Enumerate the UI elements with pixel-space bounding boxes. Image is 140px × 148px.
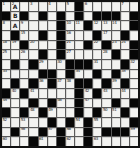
white-cell[interactable] [93, 2, 101, 11]
clue-number: 29 [39, 60, 43, 64]
clue-number: 41 [30, 89, 34, 93]
black-cell [75, 60, 83, 69]
black-cell [57, 31, 65, 40]
black-cell [39, 12, 47, 21]
clue-number: 37 [57, 79, 61, 83]
black-cell [112, 50, 120, 59]
black-cell [130, 21, 138, 30]
black-cell [39, 108, 47, 117]
white-cell[interactable] [48, 31, 56, 40]
black-cell [57, 50, 65, 59]
white-cell[interactable] [130, 79, 138, 88]
white-cell[interactable] [48, 137, 56, 146]
white-cell[interactable] [66, 12, 74, 21]
clue-number: 62 [66, 137, 70, 141]
white-cell[interactable] [39, 99, 47, 108]
white-cell[interactable] [57, 2, 65, 11]
clue-number: 49 [48, 108, 52, 112]
white-cell[interactable]: 13 [102, 21, 110, 30]
clue-number: 20 [30, 41, 34, 45]
black-cell [2, 12, 10, 21]
clue-number: 40 [12, 89, 16, 93]
white-cell[interactable]: 35 [121, 70, 129, 79]
white-cell[interactable]: 26 [20, 50, 28, 59]
white-cell[interactable] [84, 50, 92, 59]
white-cell[interactable] [2, 31, 10, 40]
black-cell [75, 2, 83, 11]
black-cell [84, 128, 92, 137]
clue-number: 53 [21, 118, 25, 122]
black-cell [75, 99, 83, 108]
black-cell [48, 70, 56, 79]
white-cell[interactable]: A [11, 21, 19, 30]
clue-number: 56 [21, 128, 25, 132]
clue-number: 25 [3, 50, 7, 54]
white-cell[interactable]: 52 [2, 118, 10, 127]
clue-number: 23 [112, 41, 116, 45]
white-cell[interactable]: 11 [75, 21, 83, 30]
clue-number: 61 [39, 137, 43, 141]
black-cell [121, 79, 129, 88]
black-cell [130, 118, 138, 127]
black-cell [20, 12, 28, 21]
pencil-letter: A [11, 22, 19, 30]
white-cell[interactable]: 59 [130, 128, 138, 137]
clue-number: 8 [3, 21, 5, 25]
white-cell[interactable]: 27 [66, 50, 74, 59]
white-cell[interactable]: 7 [121, 2, 129, 11]
white-cell[interactable] [75, 50, 83, 59]
clue-number: 28 [103, 50, 107, 54]
white-cell[interactable] [29, 21, 37, 30]
white-cell[interactable] [29, 12, 37, 21]
white-cell[interactable]: 56 [20, 128, 28, 137]
white-cell[interactable] [29, 118, 37, 127]
white-cell[interactable] [112, 137, 120, 146]
white-cell[interactable] [75, 128, 83, 137]
clue-number: 31 [94, 60, 98, 64]
clue-number: 9 [21, 21, 23, 25]
clue-number: 48 [30, 108, 34, 112]
black-cell [39, 31, 47, 40]
white-cell[interactable] [112, 89, 120, 98]
white-cell[interactable] [29, 70, 37, 79]
white-cell[interactable]: 41 [29, 89, 37, 98]
white-cell[interactable]: 42 [84, 89, 92, 98]
white-cell[interactable]: 37 [57, 79, 65, 88]
white-cell[interactable]: 4 [48, 2, 56, 11]
white-cell[interactable] [29, 128, 37, 137]
clue-number: 46 [57, 99, 61, 103]
black-cell [11, 60, 19, 69]
clue-number: 11 [76, 21, 80, 25]
white-cell[interactable]: 14 [112, 21, 120, 30]
clue-number: 1 [3, 2, 5, 6]
white-cell[interactable] [20, 60, 28, 69]
clue-number: 60 [3, 137, 7, 141]
clue-number: 54 [76, 118, 80, 122]
white-cell[interactable]: 34 [75, 70, 83, 79]
white-cell[interactable] [93, 50, 101, 59]
white-cell[interactable] [66, 89, 74, 98]
white-cell[interactable] [102, 137, 110, 146]
white-cell[interactable]: 16 [66, 31, 74, 40]
white-cell[interactable] [29, 50, 37, 59]
white-cell[interactable] [11, 99, 19, 108]
black-cell [84, 60, 92, 69]
clue-number: 43 [103, 89, 107, 93]
black-cell [29, 137, 37, 146]
pencil-letter: A [11, 3, 19, 11]
black-cell [84, 118, 92, 127]
black-cell [20, 41, 28, 50]
clue-number: 26 [21, 50, 25, 54]
white-cell[interactable]: 58 [66, 128, 74, 137]
black-cell [130, 41, 138, 50]
black-cell [75, 89, 83, 98]
white-cell[interactable] [48, 89, 56, 98]
clue-number: 38 [66, 79, 70, 83]
white-cell[interactable] [93, 79, 101, 88]
white-cell[interactable] [102, 70, 110, 79]
white-cell[interactable]: 38 [66, 79, 74, 88]
white-cell[interactable]: 25 [2, 50, 10, 59]
clue-number: 34 [76, 70, 80, 74]
black-cell [57, 12, 65, 21]
white-cell[interactable]: 57 [48, 128, 56, 137]
black-cell [75, 79, 83, 88]
black-cell [102, 12, 110, 21]
white-cell[interactable] [2, 60, 10, 69]
clue-number: 13 [103, 21, 107, 25]
white-cell[interactable]: 31 [93, 60, 101, 69]
clue-number: 52 [3, 118, 7, 122]
white-cell[interactable] [84, 31, 92, 40]
clue-number: 59 [130, 128, 134, 132]
black-cell [2, 108, 10, 117]
black-cell [57, 21, 65, 30]
white-cell[interactable] [57, 108, 65, 117]
black-cell [29, 60, 37, 69]
white-cell[interactable]: 47 [84, 99, 92, 108]
black-cell [93, 108, 101, 117]
black-cell [93, 89, 101, 98]
black-cell [29, 79, 37, 88]
black-cell [66, 70, 74, 79]
white-cell[interactable] [75, 31, 83, 40]
white-cell[interactable] [121, 12, 129, 21]
white-cell[interactable] [11, 50, 19, 59]
white-cell[interactable] [20, 79, 28, 88]
clue-number: 32 [130, 60, 134, 64]
white-cell[interactable]: 29 [39, 60, 47, 69]
clue-number: 18 [3, 41, 7, 45]
white-cell[interactable]: 1 [2, 2, 10, 11]
clue-number: 7 [121, 2, 123, 6]
black-cell [121, 31, 129, 40]
black-cell [112, 12, 120, 21]
clue-number: 44 [121, 89, 125, 93]
white-cell[interactable]: 45 [2, 99, 10, 108]
white-cell[interactable]: 32 [130, 60, 138, 69]
white-cell[interactable]: 50 [102, 108, 110, 117]
black-cell [29, 99, 37, 108]
white-cell[interactable]: 28 [102, 50, 110, 59]
black-cell [11, 31, 19, 40]
white-cell[interactable] [11, 70, 19, 79]
white-cell[interactable] [48, 41, 56, 50]
clue-number: 15 [21, 31, 25, 35]
white-cell[interactable] [84, 12, 92, 21]
white-cell[interactable] [112, 60, 120, 69]
white-cell[interactable] [121, 50, 129, 59]
black-cell [84, 137, 92, 146]
black-cell [102, 41, 110, 50]
pencil-letter: B [11, 13, 19, 21]
white-cell[interactable] [112, 2, 120, 11]
white-cell[interactable] [39, 89, 47, 98]
white-cell[interactable]: 18 [2, 41, 10, 50]
white-cell[interactable] [102, 118, 110, 127]
clue-number: 22 [94, 41, 98, 45]
white-cell[interactable]: 61 [39, 137, 47, 146]
black-cell [112, 99, 120, 108]
white-cell[interactable] [130, 31, 138, 40]
white-cell[interactable]: 46 [57, 99, 65, 108]
black-cell [121, 60, 129, 69]
black-cell [39, 50, 47, 59]
clue-number: 39 [112, 79, 116, 83]
white-cell[interactable]: 10 [66, 21, 74, 30]
white-cell[interactable] [2, 79, 10, 88]
clue-number: 58 [66, 128, 70, 132]
black-cell [75, 108, 83, 117]
white-cell[interactable] [66, 99, 74, 108]
white-cell[interactable]: 23 [112, 41, 120, 50]
clue-number: 19 [12, 41, 16, 45]
black-cell [11, 128, 19, 137]
white-cell[interactable] [130, 108, 138, 117]
clue-number: 6 [85, 2, 87, 6]
black-cell [84, 41, 92, 50]
clue-number: 36 [39, 79, 43, 83]
white-cell[interactable]: 3 [29, 2, 37, 11]
black-cell [102, 128, 110, 137]
black-cell [48, 99, 56, 108]
white-cell[interactable] [75, 41, 83, 50]
black-cell [20, 108, 28, 117]
black-cell [75, 12, 83, 21]
white-cell[interactable] [39, 2, 47, 11]
clue-number: 35 [121, 70, 125, 74]
clue-number: 27 [66, 50, 70, 54]
white-cell[interactable]: 40 [11, 89, 19, 98]
black-cell [130, 12, 138, 21]
white-cell[interactable] [112, 31, 120, 40]
clue-number: 63 [94, 137, 98, 141]
black-cell [130, 99, 138, 108]
white-cell[interactable] [66, 108, 74, 117]
black-cell [39, 128, 47, 137]
white-cell[interactable] [75, 137, 83, 146]
white-cell[interactable]: 12 [93, 21, 101, 30]
white-cell[interactable]: 43 [102, 89, 110, 98]
black-cell [57, 137, 65, 146]
black-cell [11, 79, 19, 88]
black-cell [130, 50, 138, 59]
clue-number: 4 [48, 2, 50, 6]
white-cell[interactable] [57, 89, 65, 98]
white-cell[interactable] [102, 2, 110, 11]
clue-number: 10 [66, 21, 70, 25]
white-cell[interactable]: 55 [93, 118, 101, 127]
white-cell[interactable]: 21 [66, 41, 74, 50]
white-cell[interactable] [130, 137, 138, 146]
white-cell[interactable]: 2A [11, 2, 19, 11]
clue-number: 50 [103, 108, 107, 112]
black-cell [2, 89, 10, 98]
white-cell[interactable] [121, 21, 129, 30]
black-cell [57, 41, 65, 50]
clue-number: 17 [103, 31, 107, 35]
white-cell[interactable]: 30 [57, 60, 65, 69]
white-cell[interactable]: 39 [112, 79, 120, 88]
white-cell[interactable] [112, 118, 120, 127]
white-cell[interactable]: 49 [48, 108, 56, 117]
white-cell[interactable] [48, 21, 56, 30]
white-cell[interactable] [11, 118, 19, 127]
white-cell[interactable]: 44 [121, 89, 129, 98]
clue-number: 14 [112, 21, 116, 25]
white-cell[interactable] [11, 137, 19, 146]
white-cell[interactable] [102, 99, 110, 108]
black-cell [66, 118, 74, 127]
black-cell [112, 70, 120, 79]
white-cell[interactable] [48, 60, 56, 69]
white-cell[interactable] [2, 128, 10, 137]
clue-number: 42 [85, 89, 89, 93]
white-cell[interactable] [130, 2, 138, 11]
white-cell[interactable] [20, 2, 28, 11]
black-cell [121, 128, 129, 137]
white-cell[interactable] [57, 70, 65, 79]
clue-number: 57 [48, 128, 52, 132]
white-cell[interactable] [93, 99, 101, 108]
white-cell[interactable]: 33 [2, 70, 10, 79]
black-cell [84, 79, 92, 88]
black-cell [20, 89, 28, 98]
white-cell[interactable]: 51 [112, 108, 120, 117]
clue-number: 51 [112, 108, 116, 112]
clue-number: 24 [121, 41, 125, 45]
clue-number: 47 [85, 99, 89, 103]
black-cell [48, 118, 56, 127]
white-cell[interactable]: 63 [93, 137, 101, 146]
white-cell[interactable] [20, 137, 28, 146]
clue-number: 30 [57, 60, 61, 64]
crossword-screenshot: 12A34567B8A91011121314151617181920212223… [0, 0, 140, 148]
white-cell[interactable] [39, 118, 47, 127]
white-cell[interactable] [93, 128, 101, 137]
crossword-board: 12A34567B8A91011121314151617181920212223… [0, 0, 140, 148]
white-cell[interactable] [48, 12, 56, 21]
black-cell [93, 31, 101, 40]
white-cell[interactable]: 22 [93, 41, 101, 50]
clue-number: 45 [3, 99, 7, 103]
white-cell[interactable]: 20 [29, 41, 37, 50]
white-cell[interactable]: B [11, 12, 19, 21]
black-cell [84, 21, 92, 30]
clue-number: 12 [94, 21, 98, 25]
black-cell [121, 108, 129, 117]
white-cell[interactable]: 19 [11, 41, 19, 50]
white-cell[interactable]: 15 [20, 31, 28, 40]
white-cell[interactable] [130, 89, 138, 98]
white-cell[interactable] [39, 41, 47, 50]
white-cell[interactable]: 53 [20, 118, 28, 127]
white-cell[interactable]: 48 [29, 108, 37, 117]
white-cell[interactable]: 36 [39, 79, 47, 88]
white-cell[interactable] [29, 31, 37, 40]
black-cell [102, 79, 110, 88]
white-cell[interactable] [121, 118, 129, 127]
white-cell[interactable] [130, 70, 138, 79]
clue-number: 3 [30, 2, 32, 6]
white-cell[interactable] [121, 99, 129, 108]
white-cell[interactable] [11, 108, 19, 117]
white-cell[interactable]: 60 [2, 137, 10, 146]
white-cell[interactable] [57, 118, 65, 127]
black-cell [48, 79, 56, 88]
clue-number: 55 [94, 118, 98, 122]
white-cell[interactable]: 17 [102, 31, 110, 40]
black-cell [93, 12, 101, 21]
white-cell[interactable] [20, 70, 28, 79]
white-cell[interactable]: 62 [66, 137, 74, 146]
white-cell[interactable]: 8 [2, 21, 10, 30]
clue-number: 5 [66, 2, 68, 6]
black-cell [66, 60, 74, 69]
clue-number: 33 [3, 70, 7, 74]
white-cell[interactable] [84, 108, 92, 117]
black-cell [93, 70, 101, 79]
white-cell[interactable]: 24 [121, 41, 129, 50]
black-cell [39, 70, 47, 79]
white-cell[interactable] [48, 50, 56, 59]
white-cell[interactable]: 9 [20, 21, 28, 30]
white-cell[interactable] [39, 21, 47, 30]
white-cell[interactable]: 5 [66, 2, 74, 11]
white-cell[interactable]: 54 [75, 118, 83, 127]
clue-number: 21 [66, 41, 70, 45]
white-cell[interactable] [121, 137, 129, 146]
white-cell[interactable] [84, 70, 92, 79]
black-cell [112, 128, 120, 137]
clue-number: 16 [66, 31, 70, 35]
white-cell[interactable]: 6 [84, 2, 92, 11]
white-cell[interactable] [20, 99, 28, 108]
black-cell [57, 128, 65, 137]
white-cell[interactable] [102, 60, 110, 69]
